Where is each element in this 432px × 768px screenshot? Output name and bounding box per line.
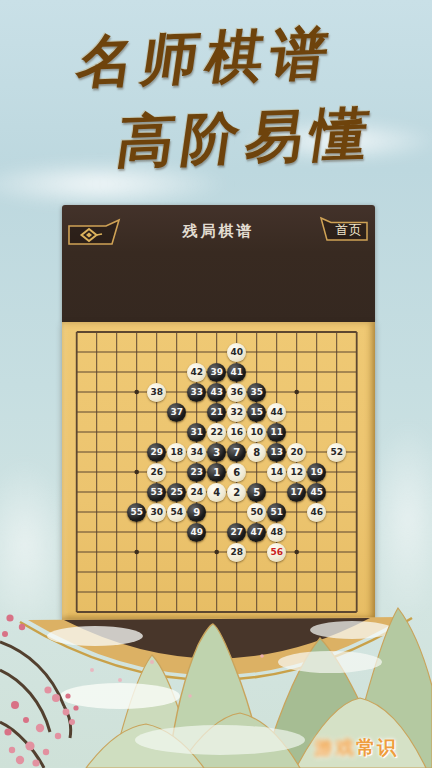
stone-white-48: 48 (267, 523, 286, 542)
watermark-part2: 常识 (356, 737, 398, 758)
header-panel: 残局棋谱 首页 (62, 205, 375, 322)
stone-black-19: 19 (307, 463, 326, 482)
watermark-part1: 游戏 (314, 737, 356, 758)
stone-black-25: 25 (167, 483, 186, 502)
stone-white-46: 46 (307, 503, 326, 522)
stone-white-42: 42 (187, 363, 206, 382)
stone-black-1: 1 (207, 463, 226, 482)
stone-black-7: 7 (227, 443, 246, 462)
stone-white-22: 22 (207, 423, 226, 442)
back-button-frame (67, 218, 121, 246)
stone-black-37: 37 (167, 403, 186, 422)
stone-black-53: 53 (147, 483, 166, 502)
stone-black-15: 15 (247, 403, 266, 422)
stone-black-3: 3 (207, 443, 226, 462)
stone-white-6: 6 (227, 463, 246, 482)
stone-black-27: 27 (227, 523, 246, 542)
stone-black-39: 39 (207, 363, 226, 382)
home-button[interactable]: 首页 (319, 216, 369, 242)
stone-white-56: 56 (267, 543, 286, 562)
stone-black-5: 5 (247, 483, 266, 502)
stone-white-44: 44 (267, 403, 286, 422)
game-board[interactable]: 1234567891011121314151617181920212223242… (62, 322, 375, 620)
stone-white-32: 32 (227, 403, 246, 422)
stone-black-23: 23 (187, 463, 206, 482)
stone-black-55: 55 (127, 503, 146, 522)
stone-black-43: 43 (207, 383, 226, 402)
home-button-label: 首页 (331, 222, 367, 239)
stone-white-50: 50 (247, 503, 266, 522)
stone-white-16: 16 (227, 423, 246, 442)
stone-black-9: 9 (187, 503, 206, 522)
stone-white-34: 34 (187, 443, 206, 462)
stone-black-13: 13 (267, 443, 286, 462)
stone-black-51: 51 (267, 503, 286, 522)
stone-white-4: 4 (207, 483, 226, 502)
cloud-decoration (368, 420, 432, 620)
stone-white-40: 40 (227, 343, 246, 362)
stone-black-17: 17 (287, 483, 306, 502)
stone-black-33: 33 (187, 383, 206, 402)
stone-black-49: 49 (187, 523, 206, 542)
stone-black-21: 21 (207, 403, 226, 422)
stone-black-45: 45 (307, 483, 326, 502)
stone-black-47: 47 (247, 523, 266, 542)
stone-black-35: 35 (247, 383, 266, 402)
stone-black-31: 31 (187, 423, 206, 442)
app-title-line2: 高阶易懂 (112, 96, 380, 182)
app-screen: { "title": { "line1": "名师棋谱", "line2": "… (0, 0, 432, 768)
stone-white-12: 12 (287, 463, 306, 482)
stone-white-36: 36 (227, 383, 246, 402)
stones-layer: 1234567891011121314151617181920212223242… (62, 322, 375, 620)
stone-white-10: 10 (247, 423, 266, 442)
stone-black-11: 11 (267, 423, 286, 442)
stone-black-41: 41 (227, 363, 246, 382)
stone-white-14: 14 (267, 463, 286, 482)
stone-white-18: 18 (167, 443, 186, 462)
stone-white-54: 54 (167, 503, 186, 522)
stone-white-24: 24 (187, 483, 206, 502)
stone-black-29: 29 (147, 443, 166, 462)
stone-white-2: 2 (227, 483, 246, 502)
watermark: 游戏常识 (314, 735, 398, 761)
stone-white-52: 52 (327, 443, 346, 462)
stone-white-26: 26 (147, 463, 166, 482)
stone-white-28: 28 (227, 543, 246, 562)
stone-white-30: 30 (147, 503, 166, 522)
stone-white-8: 8 (247, 443, 266, 462)
app-title-line1: 名师棋谱 (72, 16, 340, 102)
back-button[interactable] (67, 218, 121, 246)
stone-white-20: 20 (287, 443, 306, 462)
stone-white-38: 38 (147, 383, 166, 402)
